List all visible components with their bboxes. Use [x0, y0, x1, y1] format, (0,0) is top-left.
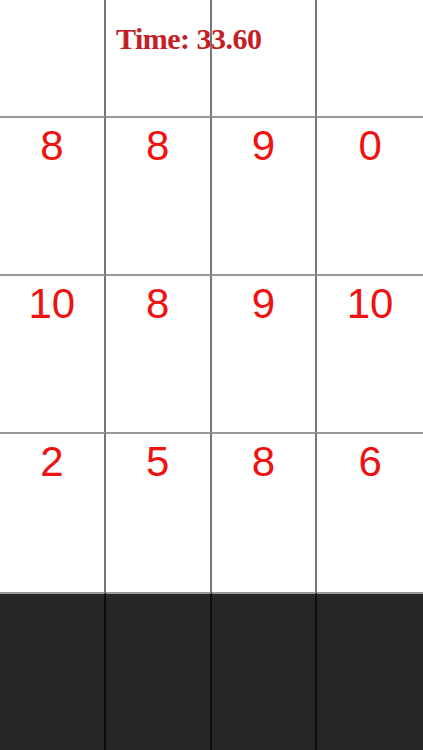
board: 88901089102586	[0, 0, 423, 750]
tile-number: 6	[358, 434, 381, 483]
number-tile[interactable]: 8	[0, 116, 106, 274]
number-tile[interactable]: 9	[212, 116, 318, 274]
tile-number: 8	[146, 276, 169, 325]
tile-number: 8	[252, 434, 275, 483]
tile-number: 9	[252, 118, 275, 167]
empty-tile[interactable]	[106, 0, 212, 116]
empty-tile[interactable]	[317, 0, 423, 116]
number-tile[interactable]: 6	[317, 432, 423, 592]
tile-number: 9	[252, 276, 275, 325]
number-tile[interactable]: 8	[212, 432, 318, 592]
tile-number: 5	[146, 434, 169, 483]
dark-tile[interactable]	[106, 592, 212, 750]
number-tile[interactable]: 8	[106, 274, 212, 432]
number-tile[interactable]: 9	[212, 274, 318, 432]
dark-tile[interactable]	[317, 592, 423, 750]
empty-tile[interactable]	[0, 0, 106, 116]
tile-number: 2	[40, 434, 63, 483]
tile-number: 10	[347, 276, 394, 325]
tile-number: 0	[358, 118, 381, 167]
number-tile[interactable]: 10	[317, 274, 423, 432]
dark-tile[interactable]	[0, 592, 106, 750]
empty-tile[interactable]	[212, 0, 318, 116]
number-tile[interactable]: 8	[106, 116, 212, 274]
number-tile[interactable]: 10	[0, 274, 106, 432]
tile-number: 8	[40, 118, 63, 167]
game-screen: Time: 33.60 88901089102586	[0, 0, 423, 750]
tile-number: 8	[146, 118, 169, 167]
timer-display: Time: 33.60	[116, 24, 262, 54]
number-tile[interactable]: 2	[0, 432, 106, 592]
tile-number: 10	[29, 276, 76, 325]
dark-tile[interactable]	[212, 592, 318, 750]
number-tile[interactable]: 5	[106, 432, 212, 592]
number-tile[interactable]: 0	[317, 116, 423, 274]
